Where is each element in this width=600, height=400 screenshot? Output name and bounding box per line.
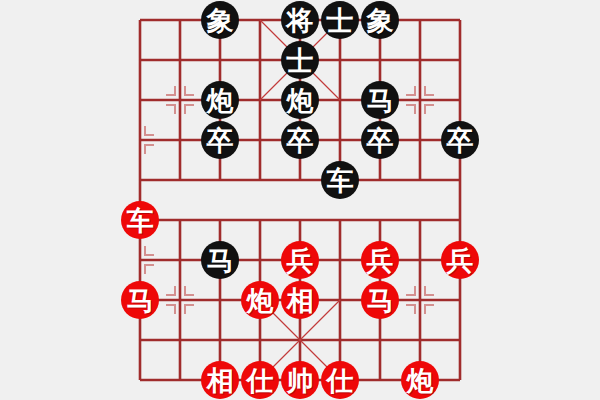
piece-red-chariot-a5[interactable]: 车 xyxy=(121,201,159,239)
piece-black-cannon-e2[interactable]: 炮 xyxy=(281,81,319,119)
piece-black-pawn-i3[interactable]: 卒 xyxy=(441,121,479,159)
piece-black-general-e0[interactable]: 将 xyxy=(281,1,319,39)
piece-black-pawn-c3[interactable]: 卒 xyxy=(201,121,239,159)
piece-black-chariot-f4[interactable]: 车 xyxy=(321,161,359,199)
piece-black-elephant-g0[interactable]: 象 xyxy=(361,1,399,39)
piece-red-pawn-i6[interactable]: 兵 xyxy=(441,241,479,279)
piece-red-cannon-h9[interactable]: 炮 xyxy=(401,361,439,399)
piece-black-elephant-c0[interactable]: 象 xyxy=(201,1,239,39)
piece-red-advisor-f9[interactable]: 仕 xyxy=(321,361,359,399)
piece-red-advisor-d9[interactable]: 仕 xyxy=(241,361,279,399)
piece-black-horse-c6[interactable]: 马 xyxy=(201,241,239,279)
piece-red-elephant-c9[interactable]: 相 xyxy=(201,361,239,399)
xiangqi-board[interactable]: 象将士象士炮炮马卒卒卒卒车马车兵兵兵马炮相马相仕帅仕炮 xyxy=(0,0,600,400)
piece-black-advisor-e1[interactable]: 士 xyxy=(281,41,319,79)
piece-red-horse-g7[interactable]: 马 xyxy=(361,281,399,319)
piece-red-horse-a7[interactable]: 马 xyxy=(121,281,159,319)
piece-red-elephant-e7[interactable]: 相 xyxy=(281,281,319,319)
piece-black-pawn-e3[interactable]: 卒 xyxy=(281,121,319,159)
piece-red-general-e9[interactable]: 帅 xyxy=(281,361,319,399)
piece-black-cannon-c2[interactable]: 炮 xyxy=(201,81,239,119)
piece-red-pawn-g6[interactable]: 兵 xyxy=(361,241,399,279)
piece-black-advisor-f0[interactable]: 士 xyxy=(321,1,359,39)
piece-red-pawn-e6[interactable]: 兵 xyxy=(281,241,319,279)
piece-black-horse-g2[interactable]: 马 xyxy=(361,81,399,119)
piece-red-cannon-d7[interactable]: 炮 xyxy=(241,281,279,319)
piece-black-pawn-g3[interactable]: 卒 xyxy=(361,121,399,159)
piece-grid[interactable]: 象将士象士炮炮马卒卒卒卒车马车兵兵兵马炮相马相仕帅仕炮 xyxy=(120,0,480,400)
